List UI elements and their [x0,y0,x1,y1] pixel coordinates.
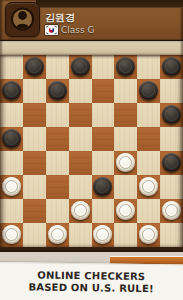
square-d2[interactable] [69,79,92,103]
square-a2[interactable] [0,79,23,103]
square-h7[interactable] [160,199,183,223]
square-h3[interactable] [160,103,183,127]
square-f5[interactable] [114,151,137,175]
white-piece[interactable] [48,225,67,244]
player-name: 김원경 [45,11,75,25]
white-piece[interactable] [139,225,158,244]
square-c8[interactable] [46,223,69,247]
black-piece[interactable] [139,81,158,100]
square-f1[interactable] [114,55,137,79]
square-c3[interactable] [46,103,69,127]
square-c4[interactable] [46,127,69,151]
black-piece[interactable] [162,153,181,172]
square-d8[interactable] [69,223,92,247]
square-b2[interactable] [23,79,46,103]
square-h8[interactable] [160,223,183,247]
square-e8[interactable] [92,223,115,247]
white-piece[interactable] [2,177,21,196]
app-screen: 김원경 Class G ONLINE CHECKERS [0,0,183,300]
square-f7[interactable] [114,199,137,223]
square-f3[interactable] [114,103,137,127]
banner-line-2: BASED ON U.S. RULE! [0,281,183,296]
square-f2[interactable] [114,79,137,103]
square-c1[interactable] [46,55,69,79]
square-e5[interactable] [92,151,115,175]
square-g6[interactable] [137,175,160,199]
square-h4[interactable] [160,127,183,151]
white-piece[interactable] [162,201,181,220]
square-b5[interactable] [23,151,46,175]
square-g4[interactable] [137,127,160,151]
black-piece[interactable] [48,81,67,100]
black-piece[interactable] [93,177,112,196]
square-b6[interactable] [23,175,46,199]
square-a7[interactable] [0,199,23,223]
square-d7[interactable] [69,199,92,223]
square-e1[interactable] [92,55,115,79]
square-d5[interactable] [69,151,92,175]
player-info-bar: 김원경 Class G [0,0,183,41]
square-d4[interactable] [69,127,92,151]
square-c5[interactable] [46,151,69,175]
black-piece[interactable] [162,57,181,76]
square-f8[interactable] [114,223,137,247]
player-class-row: Class G [45,25,95,35]
square-c7[interactable] [46,199,69,223]
square-e6[interactable] [92,175,115,199]
square-e7[interactable] [92,199,115,223]
square-c2[interactable] [46,79,69,103]
square-f4[interactable] [114,127,137,151]
white-piece[interactable] [93,225,112,244]
square-d1[interactable] [69,55,92,79]
square-f6[interactable] [114,175,137,199]
square-g7[interactable] [137,199,160,223]
player-avatar[interactable] [5,2,40,37]
board-frame-top [0,41,183,56]
topbar-accent-strip [36,0,183,8]
square-b4[interactable] [23,127,46,151]
black-piece[interactable] [71,57,90,76]
square-g2[interactable] [137,79,160,103]
black-piece[interactable] [2,81,21,100]
square-a3[interactable] [0,103,23,127]
square-e2[interactable] [92,79,115,103]
square-g1[interactable] [137,55,160,79]
black-piece[interactable] [162,105,181,124]
square-e4[interactable] [92,127,115,151]
square-g3[interactable] [137,103,160,127]
black-piece[interactable] [116,57,135,76]
square-a5[interactable] [0,151,23,175]
black-piece[interactable] [2,129,21,148]
square-h2[interactable] [160,79,183,103]
white-piece[interactable] [116,153,135,172]
square-a6[interactable] [0,175,23,199]
square-b8[interactable] [23,223,46,247]
white-piece[interactable] [2,225,21,244]
square-a1[interactable] [0,55,23,79]
south-korea-flag-icon [45,25,58,35]
square-a4[interactable] [0,127,23,151]
square-d6[interactable] [69,175,92,199]
player-class: Class G [61,25,95,35]
person-icon [8,5,37,34]
board [0,55,183,247]
footer: ONLINE CHECKERS BASED ON U.S. RULE! [0,252,183,300]
white-piece[interactable] [116,201,135,220]
square-c6[interactable] [46,175,69,199]
square-e3[interactable] [92,103,115,127]
square-d3[interactable] [69,103,92,127]
square-g5[interactable] [137,151,160,175]
square-b1[interactable] [23,55,46,79]
white-piece[interactable] [71,201,90,220]
square-g8[interactable] [137,223,160,247]
square-h6[interactable] [160,175,183,199]
square-h5[interactable] [160,151,183,175]
square-b3[interactable] [23,103,46,127]
square-h1[interactable] [160,55,183,79]
white-piece[interactable] [139,177,158,196]
square-a8[interactable] [0,223,23,247]
promo-banner: ONLINE CHECKERS BASED ON U.S. RULE! [0,262,183,300]
black-piece[interactable] [25,57,44,76]
square-b7[interactable] [23,199,46,223]
